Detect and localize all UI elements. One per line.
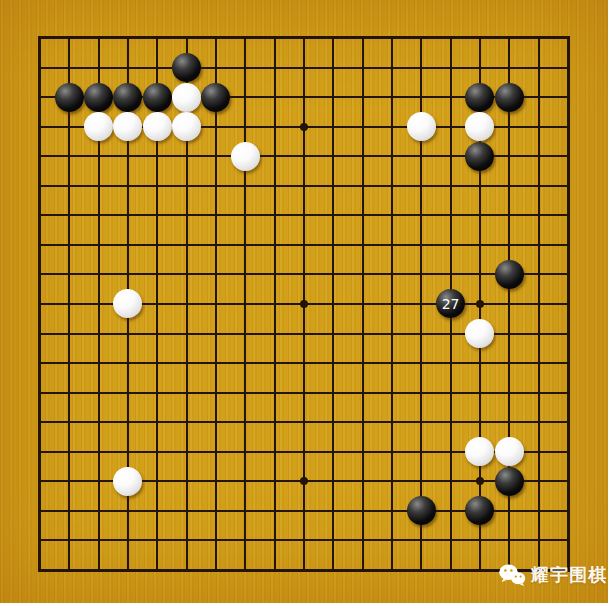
white-stone[interactable] [495,437,524,466]
black-stone[interactable]: 27 [436,289,465,318]
black-stone[interactable] [113,83,142,112]
black-stone[interactable] [201,83,230,112]
star-point [300,123,308,131]
black-stone[interactable] [84,83,113,112]
black-stone[interactable] [465,83,494,112]
black-stone[interactable] [465,496,494,525]
white-stone[interactable] [465,437,494,466]
white-stone[interactable] [172,83,201,112]
white-stone[interactable] [465,112,494,141]
watermark-text: 耀宇围棋 [531,563,607,587]
white-stone[interactable] [231,142,260,171]
white-stone[interactable] [113,467,142,496]
go-board-screenshot: 27 耀宇围棋 [0,0,608,603]
white-stone[interactable] [84,112,113,141]
watermark: 耀宇围棋 [498,562,607,588]
black-stone[interactable] [465,142,494,171]
black-stone[interactable] [143,83,172,112]
white-stone[interactable] [172,112,201,141]
move-number-label: 27 [442,296,460,310]
wechat-icon [498,563,526,587]
white-stone[interactable] [113,112,142,141]
star-point [476,477,484,485]
star-point [300,477,308,485]
black-stone[interactable] [495,260,524,289]
white-stone[interactable] [113,289,142,318]
white-stone[interactable] [407,112,436,141]
white-stone[interactable] [465,319,494,348]
black-stone[interactable] [172,53,201,82]
black-stone[interactable] [407,496,436,525]
star-point [300,300,308,308]
go-board-intersections: 27 [25,23,582,584]
black-stone[interactable] [495,467,524,496]
black-stone[interactable] [495,83,524,112]
black-stone[interactable] [55,83,84,112]
white-stone[interactable] [143,112,172,141]
star-point [476,300,484,308]
